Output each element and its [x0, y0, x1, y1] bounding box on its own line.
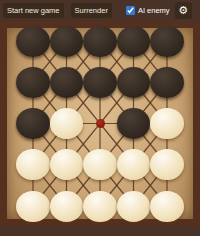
ai-enemy-checkbox[interactable] — [126, 6, 135, 15]
board-point[interactable]: ● — [117, 20, 151, 61]
board-point[interactable]: ● — [50, 62, 84, 103]
board-point[interactable]: ○ — [117, 144, 151, 185]
white-piece[interactable]: ○ — [50, 108, 84, 139]
board-point[interactable]: ○ — [16, 144, 50, 185]
board-point[interactable]: ● — [16, 62, 50, 103]
black-piece[interactable]: ● — [16, 26, 50, 57]
ai-enemy-label: AI enemy — [138, 6, 170, 15]
board-point[interactable]: ● — [150, 62, 184, 103]
white-piece[interactable]: ○ — [117, 191, 151, 222]
white-piece[interactable]: ○ — [16, 149, 50, 180]
board-point[interactable]: ● — [83, 20, 117, 61]
board-point[interactable]: ● — [117, 62, 151, 103]
surrender-button[interactable]: Surrender — [71, 3, 112, 18]
board-point[interactable]: ○ — [117, 185, 151, 226]
white-piece[interactable]: ○ — [150, 108, 184, 139]
black-piece[interactable]: ● — [117, 108, 151, 139]
black-piece[interactable]: ● — [16, 67, 50, 98]
settings-button[interactable]: ⚙ — [175, 2, 192, 19]
board-point[interactable]: ○ — [150, 103, 184, 144]
board-point[interactable]: ● — [150, 20, 184, 61]
board-points-grid: ●●●●●●●●●●●○●○○○○○○○○○○○ — [16, 20, 184, 226]
white-piece[interactable]: ○ — [150, 191, 184, 222]
black-piece[interactable]: ● — [16, 108, 50, 139]
board-point[interactable]: ● — [83, 62, 117, 103]
black-piece[interactable]: ● — [83, 67, 117, 98]
board-point[interactable]: ○ — [83, 185, 117, 226]
game-board: ●●●●●●●●●●●○●○○○○○○○○○○○ — [0, 21, 200, 226]
white-piece[interactable]: ○ — [83, 149, 117, 180]
board-point[interactable]: ○ — [50, 144, 84, 185]
board-point[interactable]: ● — [117, 103, 151, 144]
white-piece[interactable]: ○ — [50, 191, 84, 222]
board-point[interactable]: ○ — [150, 185, 184, 226]
gear-icon: ⚙ — [178, 2, 188, 19]
black-piece[interactable]: ● — [83, 26, 117, 57]
board-point[interactable]: ○ — [150, 144, 184, 185]
white-piece[interactable]: ○ — [117, 149, 151, 180]
board-point[interactable]: ○ — [50, 103, 84, 144]
board-point[interactable]: ● — [16, 20, 50, 61]
white-piece[interactable]: ○ — [83, 191, 117, 222]
board-point[interactable] — [83, 103, 117, 144]
black-piece[interactable]: ● — [150, 67, 184, 98]
board-point[interactable]: ● — [50, 20, 84, 61]
start-new-game-button[interactable]: Start new game — [3, 3, 64, 18]
black-piece[interactable]: ● — [150, 26, 184, 57]
board-point[interactable]: ○ — [50, 185, 84, 226]
black-piece[interactable]: ● — [50, 67, 84, 98]
white-piece[interactable]: ○ — [16, 191, 50, 222]
black-piece[interactable]: ● — [117, 26, 151, 57]
white-piece[interactable]: ○ — [50, 149, 84, 180]
toolbar: Start new game Surrender AI enemy ⚙ — [0, 0, 200, 21]
center-marker-dot — [96, 119, 105, 128]
black-piece[interactable]: ● — [117, 67, 151, 98]
black-piece[interactable]: ● — [50, 26, 84, 57]
board-point[interactable]: ○ — [16, 185, 50, 226]
board-point[interactable]: ● — [16, 103, 50, 144]
board-point[interactable]: ○ — [83, 144, 117, 185]
white-piece[interactable]: ○ — [150, 149, 184, 180]
